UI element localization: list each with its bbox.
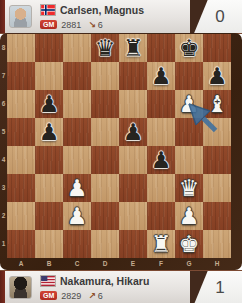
square-a8[interactable] (7, 34, 35, 62)
black-pawn-b6[interactable]: ♟ (35, 90, 63, 118)
rating-trend-down-icon: ↘ (88, 20, 96, 30)
square-c4[interactable] (63, 146, 91, 174)
square-g6[interactable]: ♟ (175, 90, 203, 118)
chess-board-frame: ♛♜♚♟♟♟♟♝♟♟♟♟♛♟♟♜♚ 87654321 ABCDEFGH (0, 33, 242, 270)
score-box: 0 (190, 0, 242, 33)
square-b8[interactable] (35, 34, 63, 62)
square-e7[interactable] (119, 62, 147, 90)
square-f1[interactable]: ♜ (147, 230, 175, 258)
square-e5[interactable]: ♟ (119, 118, 147, 146)
square-h2[interactable] (203, 202, 231, 230)
square-g5[interactable] (175, 118, 203, 146)
player-bar-top: Carlsen, Magnus GM 2881 ↘ 6 0 (0, 0, 242, 34)
square-g1[interactable]: ♚ (175, 230, 203, 258)
square-g4[interactable] (175, 146, 203, 174)
square-c6[interactable] (63, 90, 91, 118)
avatar (9, 5, 32, 28)
square-g7[interactable] (175, 62, 203, 90)
square-e2[interactable] (119, 202, 147, 230)
black-pawn-h7[interactable]: ♟ (203, 62, 231, 90)
square-h3[interactable] (203, 174, 231, 202)
title-badge: GM (40, 20, 57, 29)
avatar (9, 276, 32, 299)
white-pawn-c2[interactable]: ♟ (63, 202, 91, 230)
player-name: Nakamura, Hikaru (60, 275, 149, 287)
chess-app-window: Carlsen, Magnus GM 2881 ↘ 6 0 ♛♜♚♟♟♟♟♝♟♟… (0, 0, 242, 303)
norway-flag-icon (40, 4, 56, 16)
square-c8[interactable] (63, 34, 91, 62)
square-f3[interactable] (147, 174, 175, 202)
match-score: 0 (207, 7, 224, 27)
rank-label-5: 5 (0, 118, 7, 146)
chess-board[interactable]: ♛♜♚♟♟♟♟♝♟♟♟♟♛♟♟♜♚ (7, 34, 231, 258)
file-label-f: F (147, 258, 175, 270)
square-h1[interactable] (203, 230, 231, 258)
square-e3[interactable] (119, 174, 147, 202)
player-rating: 2881 (61, 20, 81, 30)
square-g8[interactable]: ♚ (175, 34, 203, 62)
square-h8[interactable] (203, 34, 231, 62)
square-b6[interactable]: ♟ (35, 90, 63, 118)
square-c5[interactable] (63, 118, 91, 146)
black-pawn-e5[interactable]: ♟ (119, 118, 147, 146)
square-d1[interactable] (91, 230, 119, 258)
square-a7[interactable] (7, 62, 35, 90)
square-b3[interactable] (35, 174, 63, 202)
white-bishop-h6[interactable]: ♝ (203, 90, 231, 118)
black-queen-d8[interactable]: ♛ (91, 34, 119, 62)
square-a2[interactable] (7, 202, 35, 230)
file-label-e: E (119, 258, 147, 270)
square-c7[interactable] (63, 62, 91, 90)
square-h5[interactable] (203, 118, 231, 146)
file-coordinates: ABCDEFGH (7, 258, 231, 270)
square-f5[interactable] (147, 118, 175, 146)
accent-strip (0, 271, 5, 303)
square-f6[interactable] (147, 90, 175, 118)
rank-label-2: 2 (0, 202, 7, 230)
file-label-a: A (7, 258, 35, 270)
square-d8[interactable]: ♛ (91, 34, 119, 62)
player-bar-bottom: Nakamura, Hikaru GM 2829 ↗ 6 1 (0, 270, 242, 303)
square-d2[interactable] (91, 202, 119, 230)
black-pawn-b5[interactable]: ♟ (35, 118, 63, 146)
square-e8[interactable]: ♜ (119, 34, 147, 62)
square-a6[interactable] (7, 90, 35, 118)
square-f4[interactable]: ♟ (147, 146, 175, 174)
rank-label-3: 3 (0, 174, 7, 202)
title-badge: GM (40, 291, 57, 300)
white-pawn-c3[interactable]: ♟ (63, 174, 91, 202)
black-pawn-f4[interactable]: ♟ (147, 146, 175, 174)
square-h6[interactable]: ♝ (203, 90, 231, 118)
square-d7[interactable] (91, 62, 119, 90)
white-pawn-g2[interactable]: ♟ (175, 202, 203, 230)
rating-trend-up-icon: ↗ (88, 291, 96, 301)
square-a1[interactable] (7, 230, 35, 258)
square-c2[interactable]: ♟ (63, 202, 91, 230)
square-d3[interactable] (91, 174, 119, 202)
black-rook-e8[interactable]: ♜ (119, 34, 147, 62)
rank-coordinates: 87654321 (0, 34, 7, 258)
rank-label-8: 8 (0, 34, 7, 62)
rating-trend-value: 6 (98, 20, 103, 30)
accent-strip (0, 0, 5, 33)
rating-trend-value: 6 (98, 291, 103, 301)
square-a4[interactable] (7, 146, 35, 174)
rank-label-4: 4 (0, 146, 7, 174)
score-box: 1 (190, 271, 242, 303)
white-queen-g3[interactable]: ♛ (175, 174, 203, 202)
rank-label-7: 7 (0, 62, 7, 90)
square-b5[interactable]: ♟ (35, 118, 63, 146)
square-f2[interactable] (147, 202, 175, 230)
usa-flag-icon (40, 275, 56, 287)
square-c1[interactable] (63, 230, 91, 258)
square-h7[interactable]: ♟ (203, 62, 231, 90)
square-b7[interactable] (35, 62, 63, 90)
white-king-g1[interactable]: ♚ (175, 230, 203, 258)
square-g2[interactable]: ♟ (175, 202, 203, 230)
square-b2[interactable] (35, 202, 63, 230)
match-score: 1 (207, 278, 224, 298)
square-e4[interactable] (119, 146, 147, 174)
square-d4[interactable] (91, 146, 119, 174)
square-d5[interactable] (91, 118, 119, 146)
black-king-g8[interactable]: ♚ (175, 34, 203, 62)
square-b4[interactable] (35, 146, 63, 174)
file-label-d: D (91, 258, 119, 270)
file-label-c: C (63, 258, 91, 270)
white-pawn-g6[interactable]: ♟ (175, 90, 203, 118)
white-rook-f1[interactable]: ♜ (147, 230, 175, 258)
player-rating: 2829 (61, 291, 81, 301)
black-pawn-f7[interactable]: ♟ (147, 62, 175, 90)
square-a3[interactable] (7, 174, 35, 202)
file-label-g: G (175, 258, 203, 270)
square-d6[interactable] (91, 90, 119, 118)
square-a5[interactable] (7, 118, 35, 146)
player-name: Carlsen, Magnus (60, 4, 144, 16)
square-e1[interactable] (119, 230, 147, 258)
rank-label-1: 1 (0, 230, 7, 258)
rank-label-6: 6 (0, 90, 7, 118)
square-h4[interactable] (203, 146, 231, 174)
square-g3[interactable]: ♛ (175, 174, 203, 202)
square-f8[interactable] (147, 34, 175, 62)
file-label-h: H (203, 258, 231, 270)
square-c3[interactable]: ♟ (63, 174, 91, 202)
file-label-b: B (35, 258, 63, 270)
square-b1[interactable] (35, 230, 63, 258)
square-e6[interactable] (119, 90, 147, 118)
square-f7[interactable]: ♟ (147, 62, 175, 90)
